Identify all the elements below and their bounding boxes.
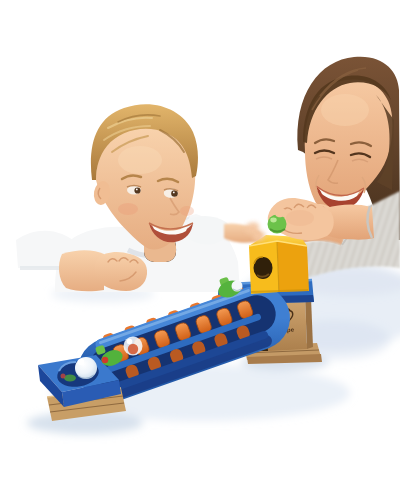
- glass-marble: [75, 357, 97, 379]
- white-marble: [232, 281, 243, 292]
- product-photo: Hape: [0, 0, 400, 498]
- ramp-marble: [124, 337, 143, 356]
- boy-eye-glint: [173, 192, 175, 194]
- boy-cheek-blush: [118, 203, 138, 215]
- boy-cheek-blush: [180, 206, 194, 216]
- yellow-cube: [249, 235, 309, 294]
- boy-figure: [0, 0, 261, 292]
- ramp-marble-glint: [127, 339, 133, 345]
- recess-red-reflection: [61, 374, 66, 379]
- woman-forehead-sheen: [321, 94, 369, 126]
- ramp-marble-core: [128, 344, 138, 354]
- flipper-red-dot: [102, 357, 108, 363]
- glass-marble-glint: [78, 359, 84, 365]
- green-ball-glint: [270, 218, 276, 223]
- cube-right-face: [277, 241, 309, 292]
- boy-iris-left: [134, 187, 140, 193]
- photo-canvas: Hape: [0, 0, 400, 498]
- recess-green-reflection: [64, 375, 76, 382]
- boy-eye-glint: [136, 189, 138, 191]
- boy-forehead-sheen: [118, 146, 162, 174]
- woman-knuckle-shade: [286, 210, 314, 226]
